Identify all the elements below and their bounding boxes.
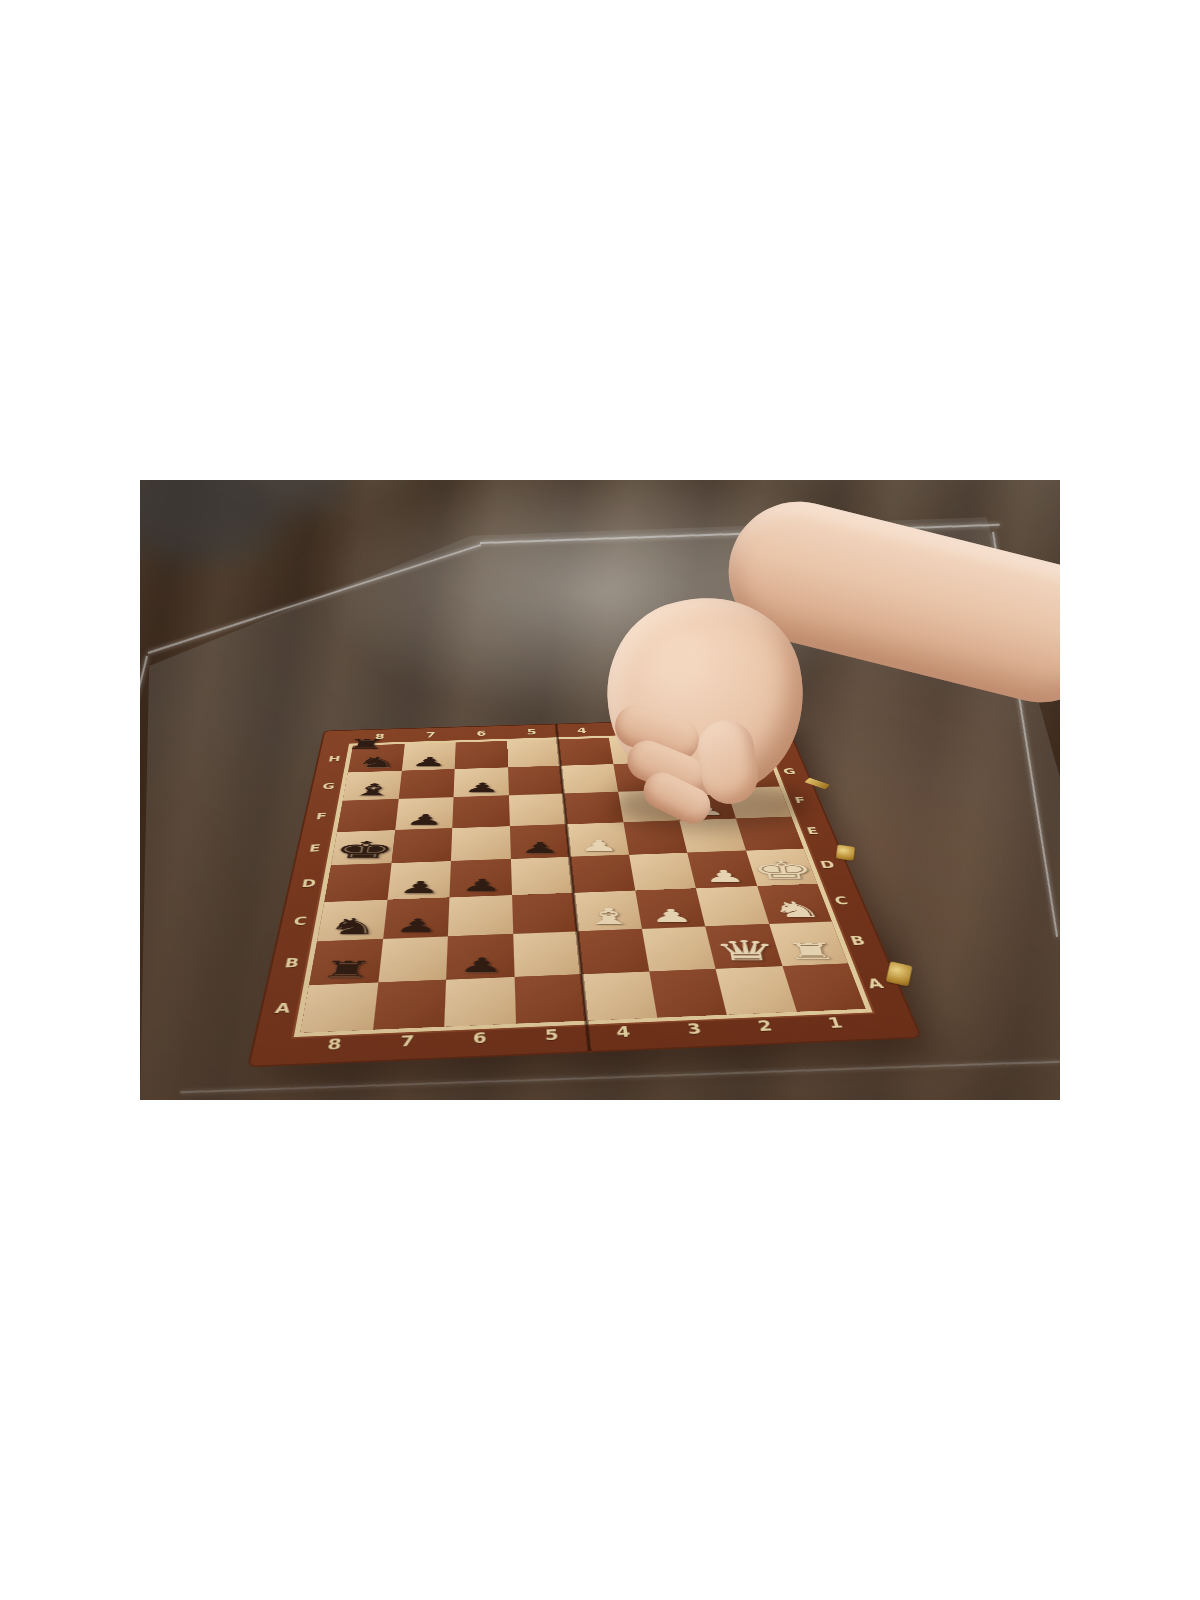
chess-photo: ♞♟♝♟♟♟♚♟♟♟♟♟♚♞♟♝♟♞♜♟♛♜ ♜ HGFEDCBAHGFEDCB… — [140, 480, 1060, 1100]
photo-vignette — [140, 480, 1060, 1100]
page: ♞♟♝♟♟♟♚♟♟♟♟♟♚♞♟♝♟♞♜♟♛♜ ♜ HGFEDCBAHGFEDCB… — [0, 0, 1200, 1600]
